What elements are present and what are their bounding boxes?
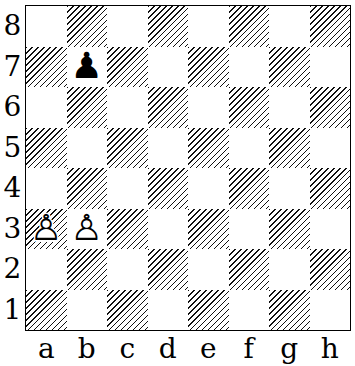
rank-label-2: 2 — [4, 255, 22, 283]
square-e1[interactable] — [188, 290, 229, 331]
square-c2[interactable] — [107, 249, 148, 290]
square-g5[interactable] — [269, 128, 310, 169]
file-label-b: b — [78, 335, 96, 363]
square-f3[interactable] — [229, 209, 270, 250]
square-d6[interactable] — [148, 87, 189, 128]
square-f8[interactable] — [229, 6, 270, 47]
white-pawn-glyph: ♙ — [30, 210, 62, 246]
square-g8[interactable] — [269, 6, 310, 47]
square-c4[interactable] — [107, 168, 148, 209]
square-d1[interactable] — [148, 290, 189, 331]
file-label-c: c — [119, 335, 135, 363]
square-h5[interactable] — [310, 128, 351, 169]
square-g4[interactable] — [269, 168, 310, 209]
square-h3[interactable] — [310, 209, 351, 250]
square-e5[interactable] — [188, 128, 229, 169]
square-f5[interactable] — [229, 128, 270, 169]
rank-label-6: 6 — [4, 93, 22, 121]
chess-diagram: 87654321 ♟♟♙♟♙ abcdefgh — [0, 5, 351, 366]
square-a6[interactable] — [26, 87, 67, 128]
square-d8[interactable] — [148, 6, 189, 47]
square-a2[interactable] — [26, 249, 67, 290]
file-label-h: h — [321, 335, 339, 363]
square-h8[interactable] — [310, 6, 351, 47]
square-g6[interactable] — [269, 87, 310, 128]
file-label-d: d — [159, 335, 177, 363]
square-g3[interactable] — [269, 209, 310, 250]
square-c6[interactable] — [107, 87, 148, 128]
square-h4[interactable] — [310, 168, 351, 209]
square-e8[interactable] — [188, 6, 229, 47]
square-f1[interactable] — [229, 290, 270, 331]
square-c7[interactable] — [107, 47, 148, 88]
square-c5[interactable] — [107, 128, 148, 169]
square-f6[interactable] — [229, 87, 270, 128]
square-a3[interactable]: ♟♙ — [26, 209, 67, 250]
square-d5[interactable] — [148, 128, 189, 169]
square-c3[interactable] — [107, 209, 148, 250]
square-b1[interactable] — [67, 290, 108, 331]
square-a5[interactable] — [26, 128, 67, 169]
square-h2[interactable] — [310, 249, 351, 290]
square-c8[interactable] — [107, 6, 148, 47]
square-g7[interactable] — [269, 47, 310, 88]
square-h6[interactable] — [310, 87, 351, 128]
white-pawn-glyph: ♙ — [71, 210, 103, 246]
square-e7[interactable] — [188, 47, 229, 88]
square-e2[interactable] — [188, 249, 229, 290]
rank-label-8: 8 — [4, 12, 22, 40]
square-b5[interactable] — [67, 128, 108, 169]
square-b7[interactable]: ♟ — [67, 47, 108, 88]
square-d4[interactable] — [148, 168, 189, 209]
square-g1[interactable] — [269, 290, 310, 331]
rank-label-3: 3 — [4, 215, 22, 243]
rank-label-1: 1 — [4, 296, 22, 324]
square-h7[interactable] — [310, 47, 351, 88]
square-h1[interactable] — [310, 290, 351, 331]
square-f7[interactable] — [229, 47, 270, 88]
square-d2[interactable] — [148, 249, 189, 290]
file-label-a: a — [38, 335, 55, 363]
square-b8[interactable] — [67, 6, 108, 47]
rank-label-4: 4 — [4, 174, 22, 202]
square-f2[interactable] — [229, 249, 270, 290]
square-b6[interactable] — [67, 87, 108, 128]
rank-labels: 87654321 — [0, 5, 25, 331]
square-c1[interactable] — [107, 290, 148, 331]
square-d3[interactable] — [148, 209, 189, 250]
white-pawn[interactable]: ♟♙ — [67, 209, 108, 250]
rank-label-7: 7 — [4, 53, 22, 81]
square-b4[interactable] — [67, 168, 108, 209]
black-pawn[interactable]: ♟ — [67, 47, 108, 88]
square-a1[interactable] — [26, 290, 67, 331]
file-labels: abcdefgh — [25, 331, 351, 366]
square-a7[interactable] — [26, 47, 67, 88]
square-a4[interactable] — [26, 168, 67, 209]
rank-label-5: 5 — [4, 134, 22, 162]
square-a8[interactable] — [26, 6, 67, 47]
square-e6[interactable] — [188, 87, 229, 128]
white-pawn[interactable]: ♟♙ — [26, 209, 67, 250]
chess-board: ♟♟♙♟♙ — [25, 5, 351, 331]
file-label-f: f — [244, 335, 254, 363]
square-e4[interactable] — [188, 168, 229, 209]
square-b3[interactable]: ♟♙ — [67, 209, 108, 250]
file-label-e: e — [200, 335, 217, 363]
square-d7[interactable] — [148, 47, 189, 88]
square-f4[interactable] — [229, 168, 270, 209]
square-g2[interactable] — [269, 249, 310, 290]
square-e3[interactable] — [188, 209, 229, 250]
square-b2[interactable] — [67, 249, 108, 290]
black-pawn-glyph: ♟ — [71, 48, 103, 84]
file-label-g: g — [280, 335, 298, 363]
